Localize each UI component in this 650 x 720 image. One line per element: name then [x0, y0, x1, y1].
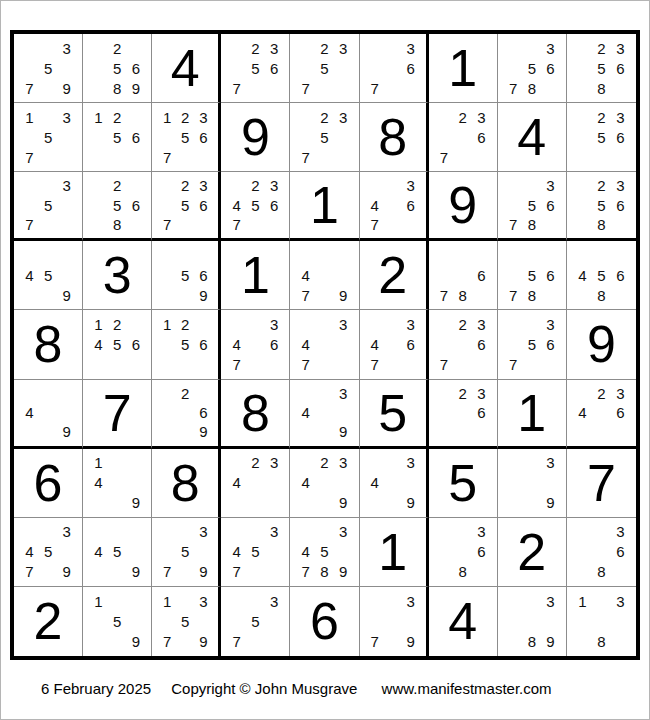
- candidate-digit: 7: [296, 285, 315, 305]
- candidate-grid: 569: [152, 241, 218, 309]
- cell-r4c6[interactable]: 2: [360, 241, 429, 310]
- solved-digit: 9: [567, 310, 636, 378]
- candidate-digit: 7: [227, 78, 246, 98]
- cell-r8c9[interactable]: 368: [567, 518, 636, 587]
- candidate-digit: 6: [402, 196, 420, 215]
- candidate-digit: 7: [20, 147, 39, 167]
- cell-r5c5[interactable]: 347: [290, 310, 359, 379]
- cell-r7c7[interactable]: 5: [429, 449, 498, 518]
- candidate-digit: 7: [296, 78, 315, 98]
- candidate-digit: 3: [611, 176, 630, 195]
- candidate-digit: 7: [296, 562, 315, 582]
- solved-digit: 5: [429, 449, 497, 517]
- solved-digit: 9: [221, 103, 289, 171]
- candidate-digit: 6: [541, 265, 560, 285]
- cell-r5c9[interactable]: 9: [567, 310, 636, 379]
- cell-r3c1[interactable]: 357: [14, 172, 83, 241]
- cell-r6c2[interactable]: 7: [83, 380, 152, 449]
- candidate-grid: 49: [14, 380, 82, 446]
- candidate-grid: 23567: [221, 34, 289, 102]
- candidate-digit: 8: [522, 78, 541, 98]
- candidate-grid: 3467: [360, 310, 426, 378]
- footer-date: 6 February 2025: [41, 680, 151, 697]
- candidate-grid: 35678: [498, 172, 566, 238]
- cell-r8c6[interactable]: 1: [360, 518, 429, 587]
- cell-r2c3[interactable]: 123567: [152, 103, 221, 172]
- cell-r7c5[interactable]: 2349: [290, 449, 359, 518]
- cell-r2c7[interactable]: 2367: [429, 103, 498, 172]
- candidate-digit: 8: [315, 562, 334, 582]
- candidate-grid: 479: [290, 241, 358, 309]
- candidate-digit: 3: [402, 38, 420, 58]
- solved-digit: 8: [14, 310, 82, 378]
- cell-r9c9[interactable]: 138: [567, 587, 636, 656]
- cell-r3c8[interactable]: 35678: [498, 172, 567, 241]
- cell-r2c8[interactable]: 4: [498, 103, 567, 172]
- candidate-grid: 4568: [567, 241, 636, 309]
- candidate-digit: 4: [20, 542, 39, 562]
- candidate-digit: 1: [89, 107, 108, 127]
- cell-r8c5[interactable]: 345789: [290, 518, 359, 587]
- solved-digit: 1: [498, 380, 566, 446]
- candidate-digit: 6: [127, 127, 146, 147]
- candidate-digit: 9: [194, 285, 212, 305]
- candidate-digit: 5: [108, 58, 127, 78]
- candidate-digit: 3: [611, 38, 630, 58]
- candidate-digit: 5: [39, 196, 58, 215]
- candidate-digit: 9: [57, 422, 76, 441]
- cell-r8c2[interactable]: 459: [83, 518, 152, 587]
- candidate-digit: 5: [39, 58, 58, 78]
- candidate-digit: 2: [176, 314, 194, 334]
- footer-website: www.manifestmaster.com: [382, 680, 552, 697]
- candidate-digit: 7: [504, 355, 523, 375]
- candidate-digit: 5: [522, 196, 541, 215]
- candidate-digit: 3: [541, 453, 560, 473]
- solved-digit: 2: [14, 587, 82, 656]
- solved-digit: 5: [360, 380, 426, 446]
- cell-r1c8[interactable]: 35678: [498, 34, 567, 103]
- cell-r1c4[interactable]: 23567: [221, 34, 290, 103]
- candidate-digit: 4: [366, 196, 384, 215]
- candidate-digit: 2: [592, 107, 611, 127]
- candidate-grid: 1357: [14, 103, 82, 171]
- candidate-grid: 3467: [221, 310, 289, 378]
- cell-r6c8[interactable]: 1: [498, 380, 567, 449]
- cell-r6c9[interactable]: 2346: [567, 380, 636, 449]
- candidate-grid: 3579: [14, 34, 82, 102]
- candidate-digit: 3: [472, 107, 491, 127]
- candidate-digit: 6: [611, 542, 630, 562]
- cell-r6c7[interactable]: 236: [429, 380, 498, 449]
- solved-digit: 7: [567, 449, 636, 517]
- candidate-digit: 2: [246, 38, 265, 58]
- candidate-grid: 3567: [498, 310, 566, 378]
- candidate-digit: 9: [127, 562, 146, 582]
- candidate-digit: 4: [296, 542, 315, 562]
- solved-digit: 1: [360, 518, 426, 586]
- candidate-digit: 7: [20, 562, 39, 582]
- candidate-digit: 5: [592, 58, 611, 78]
- candidate-digit: 5: [246, 58, 265, 78]
- candidate-digit: 2: [108, 38, 127, 58]
- candidate-digit: 3: [334, 107, 353, 127]
- candidate-grid: 1256: [152, 310, 218, 378]
- cell-r5c1[interactable]: 8: [14, 310, 83, 379]
- cell-r9c2[interactable]: 159: [83, 587, 152, 656]
- candidate-grid: 3457: [221, 518, 289, 586]
- candidate-digit: 6: [611, 265, 630, 285]
- candidate-digit: 1: [158, 314, 176, 334]
- cell-r7c1[interactable]: 6: [14, 449, 83, 518]
- candidate-grid: 459: [14, 241, 82, 309]
- candidate-grid: 2356: [567, 103, 636, 171]
- cell-r9c5[interactable]: 6: [290, 587, 359, 656]
- solved-digit: 6: [14, 449, 82, 517]
- cell-r3c6[interactable]: 3467: [360, 172, 429, 241]
- candidate-digit: 7: [227, 355, 246, 375]
- cell-r5c6[interactable]: 3467: [360, 310, 429, 379]
- candidate-grid: 367: [360, 34, 426, 102]
- candidate-digit: 4: [20, 265, 39, 285]
- candidate-digit: 8: [522, 632, 541, 652]
- cell-r9c6[interactable]: 379: [360, 587, 429, 656]
- candidate-digit: 2: [176, 384, 194, 403]
- candidate-digit: 3: [194, 176, 212, 195]
- cell-r9c1[interactable]: 2: [14, 587, 83, 656]
- cell-r5c3[interactable]: 1256: [152, 310, 221, 379]
- candidate-digit: 7: [366, 355, 384, 375]
- candidate-digit: 2: [246, 453, 265, 473]
- candidate-digit: 7: [504, 78, 523, 98]
- footer-copyright: Copyright © John Musgrave: [171, 680, 357, 697]
- solved-digit: 6: [290, 587, 358, 656]
- solved-digit: 1: [290, 172, 358, 238]
- candidate-digit: 3: [265, 453, 284, 473]
- candidate-digit: 9: [194, 562, 212, 582]
- cell-r2c2[interactable]: 1256: [83, 103, 152, 172]
- candidate-digit: 9: [334, 285, 353, 305]
- candidate-digit: 3: [541, 38, 560, 58]
- candidate-digit: 4: [573, 265, 592, 285]
- candidate-digit: 2: [176, 107, 194, 127]
- cell-r4c3[interactable]: 569: [152, 241, 221, 310]
- candidate-digit: 3: [402, 453, 420, 473]
- candidate-grid: 13579: [152, 587, 218, 656]
- candidate-digit: 9: [541, 493, 560, 513]
- candidate-digit: 6: [265, 196, 284, 215]
- candidate-digit: 4: [89, 473, 108, 493]
- footer: 6 February 2025 Copyright © John Musgrav…: [41, 680, 552, 697]
- candidate-digit: 8: [108, 215, 127, 234]
- candidate-digit: 5: [39, 542, 58, 562]
- candidate-digit: 5: [108, 196, 127, 215]
- candidate-digit: 5: [176, 265, 194, 285]
- cell-r8c4[interactable]: 3457: [221, 518, 290, 587]
- candidate-digit: 7: [435, 285, 454, 305]
- candidate-digit: 6: [194, 403, 212, 422]
- cell-r3c9[interactable]: 23568: [567, 172, 636, 241]
- candidate-digit: 5: [39, 265, 58, 285]
- cell-r6c5[interactable]: 349: [290, 380, 359, 449]
- cell-r1c7[interactable]: 1: [429, 34, 498, 103]
- candidate-digit: 3: [265, 314, 284, 334]
- cell-r6c1[interactable]: 49: [14, 380, 83, 449]
- candidate-digit: 3: [194, 107, 212, 127]
- candidate-digit: 7: [366, 215, 384, 234]
- cell-r3c7[interactable]: 9: [429, 172, 498, 241]
- candidate-digit: 5: [108, 542, 127, 562]
- candidate-digit: 7: [227, 562, 246, 582]
- candidate-digit: 6: [265, 58, 284, 78]
- candidate-digit: 6: [265, 334, 284, 354]
- candidate-grid: 459: [83, 518, 151, 586]
- candidate-digit: 3: [334, 384, 353, 403]
- candidate-grid: 12456: [83, 310, 151, 378]
- candidate-digit: 4: [227, 196, 246, 215]
- candidate-grid: 2346: [567, 380, 636, 446]
- candidate-digit: 2: [176, 176, 194, 195]
- candidate-digit: 6: [611, 403, 630, 422]
- cell-r2c6[interactable]: 8: [360, 103, 429, 172]
- candidate-digit: 5: [108, 611, 127, 631]
- cell-r1c2[interactable]: 25689: [83, 34, 152, 103]
- cell-r7c6[interactable]: 349: [360, 449, 429, 518]
- candidate-digit: 3: [611, 522, 630, 542]
- candidate-grid: 1256: [83, 103, 151, 171]
- cell-r4c1[interactable]: 459: [14, 241, 83, 310]
- cell-r3c3[interactable]: 23567: [152, 172, 221, 241]
- cell-r7c9[interactable]: 7: [567, 449, 636, 518]
- cell-r4c5[interactable]: 479: [290, 241, 359, 310]
- candidate-grid: 357: [14, 172, 82, 238]
- candidate-digit: 3: [611, 107, 630, 127]
- candidate-digit: 9: [57, 562, 76, 582]
- cell-r1c6[interactable]: 367: [360, 34, 429, 103]
- cell-r1c9[interactable]: 23568: [567, 34, 636, 103]
- candidate-digit: 5: [176, 127, 194, 147]
- candidate-digit: 3: [402, 314, 420, 334]
- solved-digit: 2: [498, 518, 566, 586]
- cell-r4c8[interactable]: 5678: [498, 241, 567, 310]
- cell-r2c9[interactable]: 2356: [567, 103, 636, 172]
- cell-r8c3[interactable]: 3579: [152, 518, 221, 587]
- cell-r1c3[interactable]: 4: [152, 34, 221, 103]
- candidate-grid: 23568: [567, 34, 636, 102]
- candidate-grid: 2367: [429, 310, 497, 378]
- candidate-digit: 3: [402, 176, 420, 195]
- candidate-digit: 1: [158, 107, 176, 127]
- cell-r5c4[interactable]: 3467: [221, 310, 290, 379]
- candidate-grid: 269: [152, 380, 218, 446]
- candidate-digit: 5: [246, 196, 265, 215]
- candidate-digit: 6: [402, 334, 420, 354]
- candidate-digit: 6: [127, 58, 146, 78]
- candidate-digit: 6: [541, 58, 560, 78]
- cell-r9c8[interactable]: 389: [498, 587, 567, 656]
- candidate-grid: 25689: [83, 34, 151, 102]
- candidate-digit: 3: [265, 38, 284, 58]
- cell-r8c1[interactable]: 34579: [14, 518, 83, 587]
- cell-r5c2[interactable]: 12456: [83, 310, 152, 379]
- candidate-grid: 236: [429, 380, 497, 446]
- candidate-digit: 9: [57, 78, 76, 98]
- cell-r7c8[interactable]: 39: [498, 449, 567, 518]
- cell-r9c3[interactable]: 13579: [152, 587, 221, 656]
- candidate-digit: 4: [89, 542, 108, 562]
- candidate-digit: 7: [227, 632, 246, 652]
- cell-r7c3[interactable]: 8: [152, 449, 221, 518]
- candidate-digit: 5: [522, 334, 541, 354]
- candidate-digit: 9: [334, 422, 353, 441]
- candidate-digit: 2: [315, 107, 334, 127]
- solved-digit: 7: [83, 380, 151, 446]
- cell-r4c7[interactable]: 678: [429, 241, 498, 310]
- candidate-digit: 6: [472, 265, 491, 285]
- cell-r5c8[interactable]: 3567: [498, 310, 567, 379]
- solved-digit: 8: [221, 380, 289, 446]
- candidate-digit: 7: [366, 78, 384, 98]
- candidate-digit: 4: [89, 334, 108, 354]
- candidate-digit: 7: [435, 355, 454, 375]
- candidate-digit: 5: [176, 196, 194, 215]
- candidate-digit: 8: [592, 78, 611, 98]
- candidate-digit: 5: [522, 58, 541, 78]
- solved-digit: 8: [152, 449, 218, 517]
- candidate-digit: 2: [246, 176, 265, 195]
- candidate-digit: 5: [176, 334, 194, 354]
- candidate-digit: 3: [541, 314, 560, 334]
- candidate-digit: 1: [158, 591, 176, 611]
- candidate-digit: 7: [158, 215, 176, 234]
- candidate-grid: 23568: [567, 172, 636, 238]
- candidate-digit: 7: [158, 562, 176, 582]
- candidate-grid: 379: [360, 587, 426, 656]
- cell-r2c5[interactable]: 2357: [290, 103, 359, 172]
- sudoku-grid: 3579256894235672357367135678235681357125…: [10, 30, 640, 660]
- candidate-grid: 347: [290, 310, 358, 378]
- cell-r5c7[interactable]: 2367: [429, 310, 498, 379]
- candidate-digit: 3: [57, 522, 76, 542]
- candidate-digit: 4: [296, 473, 315, 493]
- candidate-digit: 5: [592, 196, 611, 215]
- cell-r9c4[interactable]: 357: [221, 587, 290, 656]
- cell-r2c1[interactable]: 1357: [14, 103, 83, 172]
- candidate-digit: 7: [20, 78, 39, 98]
- candidate-digit: 5: [315, 542, 334, 562]
- candidate-digit: 3: [472, 522, 491, 542]
- candidate-digit: 4: [227, 542, 246, 562]
- candidate-digit: 7: [20, 215, 39, 234]
- cell-r3c2[interactable]: 2568: [83, 172, 152, 241]
- candidate-digit: 8: [522, 215, 541, 234]
- candidate-grid: 138: [567, 587, 636, 656]
- candidate-digit: 7: [158, 147, 176, 167]
- candidate-digit: 9: [402, 493, 420, 513]
- candidate-digit: 9: [541, 632, 560, 652]
- candidate-digit: 4: [296, 265, 315, 285]
- solved-digit: 4: [498, 103, 566, 171]
- candidate-grid: 349: [290, 380, 358, 446]
- candidate-digit: 9: [334, 493, 353, 513]
- cell-r4c4[interactable]: 1: [221, 241, 290, 310]
- cell-r1c1[interactable]: 3579: [14, 34, 83, 103]
- candidate-grid: 5678: [498, 241, 566, 309]
- solved-digit: 8: [360, 103, 426, 171]
- solved-digit: 4: [429, 587, 497, 656]
- cell-r6c4[interactable]: 8: [221, 380, 290, 449]
- candidate-grid: 159: [83, 587, 151, 656]
- solved-digit: 9: [429, 172, 497, 238]
- candidate-digit: 2: [108, 176, 127, 195]
- cell-r6c3[interactable]: 269: [152, 380, 221, 449]
- candidate-digit: 2: [592, 384, 611, 403]
- candidate-digit: 8: [592, 215, 611, 234]
- candidate-digit: 1: [20, 107, 39, 127]
- solved-digit: 1: [429, 34, 497, 102]
- candidate-digit: 6: [472, 334, 491, 354]
- candidate-digit: 2: [108, 107, 127, 127]
- cell-r3c5[interactable]: 1: [290, 172, 359, 241]
- candidate-grid: 234: [221, 449, 289, 517]
- candidate-digit: 5: [108, 127, 127, 147]
- candidate-digit: 5: [39, 127, 58, 147]
- candidate-digit: 2: [315, 38, 334, 58]
- candidate-digit: 4: [227, 473, 246, 493]
- cell-r8c7[interactable]: 368: [429, 518, 498, 587]
- candidate-digit: 2: [315, 453, 334, 473]
- candidate-digit: 6: [194, 196, 212, 215]
- candidate-digit: 3: [57, 176, 76, 195]
- cell-r7c4[interactable]: 234: [221, 449, 290, 518]
- cell-r4c2[interactable]: 3: [83, 241, 152, 310]
- cell-r8c8[interactable]: 2: [498, 518, 567, 587]
- candidate-digit: 5: [315, 127, 334, 147]
- candidate-grid: 2357: [290, 34, 358, 102]
- candidate-digit: 8: [522, 285, 541, 305]
- candidate-digit: 6: [611, 127, 630, 147]
- candidate-digit: 2: [592, 38, 611, 58]
- cell-r7c2[interactable]: 149: [83, 449, 152, 518]
- candidate-digit: 6: [194, 265, 212, 285]
- candidate-digit: 8: [592, 562, 611, 582]
- candidate-digit: 4: [573, 403, 592, 422]
- candidate-digit: 3: [541, 591, 560, 611]
- candidate-grid: 234567: [221, 172, 289, 238]
- candidate-digit: 6: [402, 58, 420, 78]
- cell-r3c4[interactable]: 234567: [221, 172, 290, 241]
- cell-r2c4[interactable]: 9: [221, 103, 290, 172]
- candidate-digit: 7: [504, 285, 523, 305]
- solved-digit: 4: [152, 34, 218, 102]
- candidate-digit: 6: [127, 196, 146, 215]
- candidate-digit: 3: [265, 522, 284, 542]
- candidate-digit: 8: [592, 285, 611, 305]
- solved-digit: 1: [221, 241, 289, 309]
- cell-r4c9[interactable]: 4568: [567, 241, 636, 310]
- candidate-grid: 368: [429, 518, 497, 586]
- candidate-digit: 4: [366, 334, 384, 354]
- candidate-grid: 357: [221, 587, 289, 656]
- candidate-digit: 5: [108, 334, 127, 354]
- cell-r1c5[interactable]: 2357: [290, 34, 359, 103]
- candidate-grid: 149: [83, 449, 151, 517]
- candidate-grid: 34579: [14, 518, 82, 586]
- candidate-digit: 3: [541, 176, 560, 195]
- candidate-digit: 6: [472, 127, 491, 147]
- cell-r6c6[interactable]: 5: [360, 380, 429, 449]
- cell-r9c7[interactable]: 4: [429, 587, 498, 656]
